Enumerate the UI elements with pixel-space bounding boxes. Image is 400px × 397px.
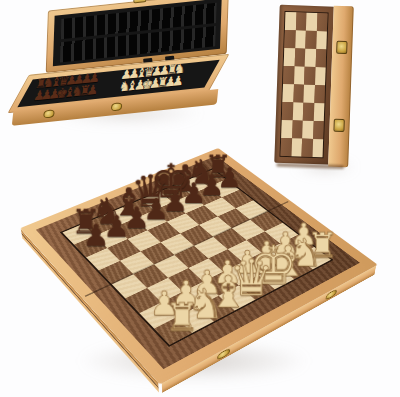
board-scene: ♜♞♝♛♚♝♞♜♟♟♟♟♟♟♟♟♟♟♟♟♟♟♟♟♜♞♝♛♚♝♞♜ bbox=[0, 0, 400, 397]
dark-pawn-a7: ♟ bbox=[83, 221, 107, 251]
light-rook-a1: ♜ bbox=[165, 298, 192, 337]
chessboard: ♜♞♝♛♚♝♞♜♟♟♟♟♟♟♟♟♟♟♟♟♟♟♟♟♜♞♝♛♚♝♞♜ bbox=[20, 148, 378, 385]
